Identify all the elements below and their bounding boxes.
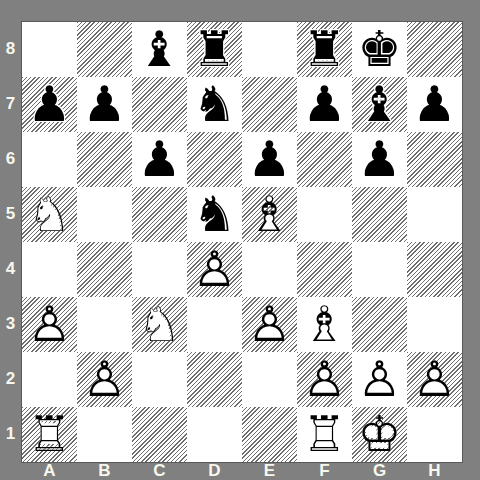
piece-glyph: ♝ (132, 22, 187, 77)
piece-glyph: ♜ (297, 22, 352, 77)
piece-glyph: ♞ (187, 77, 242, 132)
square-g7[interactable]: ♝ (352, 77, 407, 132)
piece-glyph: ♟ (132, 132, 187, 187)
square-a5[interactable]: ♞♘ (22, 187, 77, 242)
square-c8[interactable]: ♝ (132, 22, 187, 77)
square-c5[interactable] (132, 187, 187, 242)
square-b8[interactable] (77, 22, 132, 77)
square-h4[interactable] (407, 242, 462, 297)
square-d5[interactable]: ♞ (187, 187, 242, 242)
white-pawn-g2[interactable]: ♟♙ (352, 352, 407, 407)
piece-glyph: ♟ (297, 77, 352, 132)
rank-label-1: 1 (0, 406, 21, 461)
square-d4[interactable]: ♟♙ (187, 242, 242, 297)
square-h1[interactable] (407, 407, 462, 462)
file-label-g: G (352, 461, 407, 480)
square-d7[interactable]: ♞ (187, 77, 242, 132)
black-bishop-g7[interactable]: ♝ (352, 77, 407, 132)
square-f4[interactable] (297, 242, 352, 297)
black-pawn-b7[interactable]: ♟ (77, 77, 132, 132)
piece-glyph: ♜ (187, 22, 242, 77)
square-c4[interactable] (132, 242, 187, 297)
square-g6[interactable]: ♟ (352, 132, 407, 187)
square-e8[interactable] (242, 22, 297, 77)
square-e3[interactable]: ♟♙ (242, 297, 297, 352)
piece-outline: ♙ (22, 297, 77, 352)
piece-outline: ♙ (187, 242, 242, 297)
square-f2[interactable]: ♟♙ (297, 352, 352, 407)
white-knight-a5[interactable]: ♞♘ (22, 187, 77, 242)
file-label-e: E (242, 461, 297, 480)
square-b4[interactable] (77, 242, 132, 297)
square-g1[interactable]: ♚♔ (352, 407, 407, 462)
square-f8[interactable]: ♜ (297, 22, 352, 77)
piece-glyph: ♝ (352, 77, 407, 132)
file-label-c: C (132, 461, 187, 480)
square-a4[interactable] (22, 242, 77, 297)
file-label-h: H (407, 461, 462, 480)
square-e1[interactable] (242, 407, 297, 462)
square-c1[interactable] (132, 407, 187, 462)
square-f5[interactable] (297, 187, 352, 242)
piece-outline: ♙ (77, 352, 132, 407)
piece-outline: ♙ (407, 352, 462, 407)
white-pawn-a3[interactable]: ♟♙ (22, 297, 77, 352)
white-bishop-e5[interactable]: ♝♗ (242, 187, 297, 242)
square-g3[interactable] (352, 297, 407, 352)
piece-glyph: ♟ (407, 77, 462, 132)
black-pawn-e6[interactable]: ♟ (242, 132, 297, 187)
square-a6[interactable] (22, 132, 77, 187)
square-h2[interactable]: ♟♙ (407, 352, 462, 407)
square-d1[interactable] (187, 407, 242, 462)
piece-outline: ♘ (132, 297, 187, 352)
square-b3[interactable] (77, 297, 132, 352)
piece-glyph: ♟ (22, 77, 77, 132)
square-e6[interactable]: ♟ (242, 132, 297, 187)
square-g5[interactable] (352, 187, 407, 242)
black-pawn-c6[interactable]: ♟ (132, 132, 187, 187)
piece-outline: ♙ (297, 352, 352, 407)
piece-glyph: ♞ (187, 187, 242, 242)
square-f7[interactable]: ♟ (297, 77, 352, 132)
square-c7[interactable] (132, 77, 187, 132)
square-c2[interactable] (132, 352, 187, 407)
square-f6[interactable] (297, 132, 352, 187)
piece-outline: ♗ (242, 187, 297, 242)
black-king-g8[interactable]: ♚ (352, 22, 407, 77)
square-h5[interactable] (407, 187, 462, 242)
rank-label-5: 5 (0, 186, 21, 241)
black-rook-f8[interactable]: ♜ (297, 22, 352, 77)
square-a1[interactable]: ♜♖ (22, 407, 77, 462)
square-f1[interactable]: ♜♖ (297, 407, 352, 462)
white-rook-a1[interactable]: ♜♖ (22, 407, 77, 462)
piece-glyph: ♚ (352, 22, 407, 77)
square-b1[interactable] (77, 407, 132, 462)
file-label-f: F (297, 461, 352, 480)
black-knight-d5[interactable]: ♞ (187, 187, 242, 242)
white-knight-c3[interactable]: ♞♘ (132, 297, 187, 352)
rank-label-6: 6 (0, 131, 21, 186)
square-b5[interactable] (77, 187, 132, 242)
white-pawn-e3[interactable]: ♟♙ (242, 297, 297, 352)
square-b2[interactable]: ♟♙ (77, 352, 132, 407)
black-pawn-f7[interactable]: ♟ (297, 77, 352, 132)
white-king-g1[interactable]: ♚♔ (352, 407, 407, 462)
square-b7[interactable]: ♟ (77, 77, 132, 132)
rank-label-4: 4 (0, 241, 21, 296)
piece-outline: ♗ (297, 297, 352, 352)
square-d3[interactable] (187, 297, 242, 352)
square-f3[interactable]: ♝♗ (297, 297, 352, 352)
rank-label-7: 7 (0, 76, 21, 131)
file-label-d: D (187, 461, 242, 480)
square-d8[interactable]: ♜ (187, 22, 242, 77)
square-a3[interactable]: ♟♙ (22, 297, 77, 352)
square-h8[interactable] (407, 22, 462, 77)
square-e2[interactable] (242, 352, 297, 407)
piece-outline: ♖ (297, 407, 352, 462)
chess-board-frame: ♝♜♜♚♟♟♞♟♝♟♟♟♟♞♘♞♝♗♟♙♟♙♞♘♟♙♝♗♟♙♟♙♟♙♟♙♜♖♜♖… (0, 0, 480, 480)
black-pawn-h7[interactable]: ♟ (407, 77, 462, 132)
piece-outline: ♖ (22, 407, 77, 462)
square-c3[interactable]: ♞♘ (132, 297, 187, 352)
black-rook-d8[interactable]: ♜ (187, 22, 242, 77)
piece-glyph: ♟ (242, 132, 297, 187)
square-g8[interactable]: ♚ (352, 22, 407, 77)
square-a2[interactable] (22, 352, 77, 407)
square-e5[interactable]: ♝♗ (242, 187, 297, 242)
square-e4[interactable] (242, 242, 297, 297)
square-h7[interactable]: ♟ (407, 77, 462, 132)
board: ♝♜♜♚♟♟♞♟♝♟♟♟♟♞♘♞♝♗♟♙♟♙♞♘♟♙♝♗♟♙♟♙♟♙♟♙♜♖♜♖… (21, 21, 463, 463)
square-c6[interactable]: ♟ (132, 132, 187, 187)
piece-outline: ♙ (352, 352, 407, 407)
square-a7[interactable]: ♟ (22, 77, 77, 132)
square-a8[interactable] (22, 22, 77, 77)
black-pawn-g6[interactable]: ♟ (352, 132, 407, 187)
piece-glyph: ♟ (352, 132, 407, 187)
rank-label-3: 3 (0, 296, 21, 351)
square-b6[interactable] (77, 132, 132, 187)
piece-outline: ♙ (242, 297, 297, 352)
file-label-b: B (77, 461, 132, 480)
white-rook-f1[interactable]: ♜♖ (297, 407, 352, 462)
white-pawn-f2[interactable]: ♟♙ (297, 352, 352, 407)
white-pawn-d4[interactable]: ♟♙ (187, 242, 242, 297)
piece-outline: ♘ (22, 187, 77, 242)
square-h6[interactable] (407, 132, 462, 187)
square-g2[interactable]: ♟♙ (352, 352, 407, 407)
black-bishop-c8[interactable]: ♝ (132, 22, 187, 77)
piece-outline: ♔ (352, 407, 407, 462)
rank-label-2: 2 (0, 351, 21, 406)
square-e7[interactable] (242, 77, 297, 132)
white-bishop-f3[interactable]: ♝♗ (297, 297, 352, 352)
white-pawn-b2[interactable]: ♟♙ (77, 352, 132, 407)
rank-label-8: 8 (0, 21, 21, 76)
square-h3[interactable] (407, 297, 462, 352)
piece-glyph: ♟ (77, 77, 132, 132)
square-g4[interactable] (352, 242, 407, 297)
white-pawn-h2[interactable]: ♟♙ (407, 352, 462, 407)
file-label-a: A (22, 461, 77, 480)
black-knight-d7[interactable]: ♞ (187, 77, 242, 132)
square-d6[interactable] (187, 132, 242, 187)
black-pawn-a7[interactable]: ♟ (22, 77, 77, 132)
square-d2[interactable] (187, 352, 242, 407)
